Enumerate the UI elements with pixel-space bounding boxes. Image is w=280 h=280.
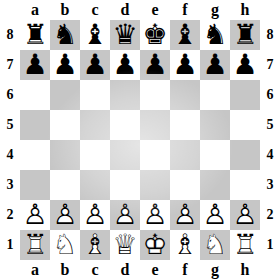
black-knight-g8[interactable]: ♞ bbox=[200, 20, 230, 50]
square-h6[interactable] bbox=[230, 80, 260, 110]
white-piece-outline-glyph: ♕ bbox=[110, 230, 140, 260]
square-b3[interactable] bbox=[50, 170, 80, 200]
file-label-bottom-f: f bbox=[170, 260, 200, 280]
file-label-bottom-c: c bbox=[80, 260, 110, 280]
square-d6[interactable] bbox=[110, 80, 140, 110]
file-label-top-f: f bbox=[170, 0, 200, 20]
square-a6[interactable] bbox=[20, 80, 50, 110]
square-d3[interactable] bbox=[110, 170, 140, 200]
rank-label-left-4: 4 bbox=[0, 140, 20, 170]
square-d4[interactable] bbox=[110, 140, 140, 170]
black-rook-a8[interactable]: ♜ bbox=[20, 20, 50, 50]
square-f8[interactable]: ♝ bbox=[170, 20, 200, 50]
rank-label-right-1: 1 bbox=[260, 230, 280, 260]
white-bishop-c1[interactable]: ♝♗ bbox=[80, 230, 110, 260]
rank-label-left-6: 6 bbox=[0, 80, 20, 110]
square-b4[interactable] bbox=[50, 140, 80, 170]
file-label-bottom-a: a bbox=[20, 260, 50, 280]
square-e2[interactable]: ♟♙ bbox=[140, 200, 170, 230]
square-e3[interactable] bbox=[140, 170, 170, 200]
white-pawn-c2[interactable]: ♟♙ bbox=[80, 200, 110, 230]
rank-label-left-5: 5 bbox=[0, 110, 20, 140]
file-label-bottom-h: h bbox=[230, 260, 260, 280]
rank-label-right-7: 7 bbox=[260, 50, 280, 80]
square-a5[interactable] bbox=[20, 110, 50, 140]
square-d1[interactable]: ♛♕ bbox=[110, 230, 140, 260]
square-e7[interactable]: ♟ bbox=[140, 50, 170, 80]
square-b7[interactable]: ♟ bbox=[50, 50, 80, 80]
square-f6[interactable] bbox=[170, 80, 200, 110]
rank-label-right-4: 4 bbox=[260, 140, 280, 170]
square-h2[interactable]: ♟♙ bbox=[230, 200, 260, 230]
black-piece-glyph: ♞ bbox=[50, 20, 80, 50]
square-a4[interactable] bbox=[20, 140, 50, 170]
white-piece-outline-glyph: ♙ bbox=[230, 200, 260, 230]
white-king-e1[interactable]: ♚♔ bbox=[140, 230, 170, 260]
square-d7[interactable]: ♟ bbox=[110, 50, 140, 80]
white-pawn-d2[interactable]: ♟♙ bbox=[110, 200, 140, 230]
white-piece-outline-glyph: ♙ bbox=[200, 200, 230, 230]
black-piece-glyph: ♚ bbox=[140, 20, 170, 50]
white-piece-outline-glyph: ♘ bbox=[200, 230, 230, 260]
black-piece-glyph: ♛ bbox=[110, 20, 140, 50]
square-g6[interactable] bbox=[200, 80, 230, 110]
square-e5[interactable] bbox=[140, 110, 170, 140]
black-piece-glyph: ♞ bbox=[200, 20, 230, 50]
rank-label-left-1: 1 bbox=[0, 230, 20, 260]
square-a2[interactable]: ♟♙ bbox=[20, 200, 50, 230]
rank-label-left-8: 8 bbox=[0, 20, 20, 50]
black-piece-glyph: ♜ bbox=[230, 20, 260, 50]
square-e1[interactable]: ♚♔ bbox=[140, 230, 170, 260]
square-b2[interactable]: ♟♙ bbox=[50, 200, 80, 230]
square-a8[interactable]: ♜ bbox=[20, 20, 50, 50]
file-label-top-d: d bbox=[110, 0, 140, 20]
white-piece-outline-glyph: ♔ bbox=[140, 230, 170, 260]
white-rook-h1[interactable]: ♜♖ bbox=[230, 230, 260, 260]
board-corner bbox=[260, 260, 280, 280]
file-label-bottom-g: g bbox=[200, 260, 230, 280]
black-piece-glyph: ♟ bbox=[80, 50, 110, 80]
black-piece-glyph: ♝ bbox=[80, 20, 110, 50]
square-c4[interactable] bbox=[80, 140, 110, 170]
rank-label-left-3: 3 bbox=[0, 170, 20, 200]
square-a1[interactable]: ♜♖ bbox=[20, 230, 50, 260]
file-label-bottom-e: e bbox=[140, 260, 170, 280]
rank-label-right-6: 6 bbox=[260, 80, 280, 110]
square-g2[interactable]: ♟♙ bbox=[200, 200, 230, 230]
black-pawn-a7[interactable]: ♟ bbox=[20, 50, 50, 80]
square-f4[interactable] bbox=[170, 140, 200, 170]
square-f1[interactable]: ♝♗ bbox=[170, 230, 200, 260]
black-piece-glyph: ♟ bbox=[230, 50, 260, 80]
white-piece-outline-glyph: ♗ bbox=[170, 230, 200, 260]
square-f7[interactable]: ♟ bbox=[170, 50, 200, 80]
square-b8[interactable]: ♞ bbox=[50, 20, 80, 50]
white-piece-outline-glyph: ♙ bbox=[50, 200, 80, 230]
black-pawn-f7[interactable]: ♟ bbox=[170, 50, 200, 80]
white-pawn-f2[interactable]: ♟♙ bbox=[170, 200, 200, 230]
square-f5[interactable] bbox=[170, 110, 200, 140]
white-piece-outline-glyph: ♙ bbox=[110, 200, 140, 230]
square-c6[interactable] bbox=[80, 80, 110, 110]
black-piece-glyph: ♟ bbox=[50, 50, 80, 80]
black-piece-glyph: ♟ bbox=[20, 50, 50, 80]
square-g7[interactable]: ♟ bbox=[200, 50, 230, 80]
square-b5[interactable] bbox=[50, 110, 80, 140]
square-c2[interactable]: ♟♙ bbox=[80, 200, 110, 230]
white-piece-outline-glyph: ♖ bbox=[230, 230, 260, 260]
file-label-top-e: e bbox=[140, 0, 170, 20]
board-corner bbox=[260, 0, 280, 20]
white-piece-outline-glyph: ♙ bbox=[170, 200, 200, 230]
white-piece-outline-glyph: ♙ bbox=[80, 200, 110, 230]
black-knight-b8[interactable]: ♞ bbox=[50, 20, 80, 50]
black-pawn-b7[interactable]: ♟ bbox=[50, 50, 80, 80]
rank-label-left-7: 7 bbox=[0, 50, 20, 80]
black-bishop-c8[interactable]: ♝ bbox=[80, 20, 110, 50]
square-g1[interactable]: ♞♘ bbox=[200, 230, 230, 260]
rank-label-right-3: 3 bbox=[260, 170, 280, 200]
square-c5[interactable] bbox=[80, 110, 110, 140]
white-rook-a1[interactable]: ♜♖ bbox=[20, 230, 50, 260]
white-pawn-h2[interactable]: ♟♙ bbox=[230, 200, 260, 230]
file-label-top-b: b bbox=[50, 0, 80, 20]
file-label-top-h: h bbox=[230, 0, 260, 20]
black-queen-d8[interactable]: ♛ bbox=[110, 20, 140, 50]
square-c3[interactable] bbox=[80, 170, 110, 200]
file-label-top-c: c bbox=[80, 0, 110, 20]
file-label-top-g: g bbox=[200, 0, 230, 20]
square-f2[interactable]: ♟♙ bbox=[170, 200, 200, 230]
square-d8[interactable]: ♛ bbox=[110, 20, 140, 50]
square-h4[interactable] bbox=[230, 140, 260, 170]
square-h7[interactable]: ♟ bbox=[230, 50, 260, 80]
white-piece-outline-glyph: ♗ bbox=[80, 230, 110, 260]
black-piece-glyph: ♟ bbox=[140, 50, 170, 80]
white-piece-outline-glyph: ♙ bbox=[140, 200, 170, 230]
square-h1[interactable]: ♜♖ bbox=[230, 230, 260, 260]
board-corner bbox=[0, 0, 20, 20]
black-king-e8[interactable]: ♚ bbox=[140, 20, 170, 50]
square-e6[interactable] bbox=[140, 80, 170, 110]
white-knight-g1[interactable]: ♞♘ bbox=[200, 230, 230, 260]
white-pawn-b2[interactable]: ♟♙ bbox=[50, 200, 80, 230]
square-b1[interactable]: ♞♘ bbox=[50, 230, 80, 260]
square-a7[interactable]: ♟ bbox=[20, 50, 50, 80]
file-label-top-a: a bbox=[20, 0, 50, 20]
black-piece-glyph: ♜ bbox=[20, 20, 50, 50]
square-d5[interactable] bbox=[110, 110, 140, 140]
white-knight-b1[interactable]: ♞♘ bbox=[50, 230, 80, 260]
black-piece-glyph: ♟ bbox=[170, 50, 200, 80]
white-piece-outline-glyph: ♙ bbox=[20, 200, 50, 230]
white-pawn-a2[interactable]: ♟♙ bbox=[20, 200, 50, 230]
square-c8[interactable]: ♝ bbox=[80, 20, 110, 50]
white-queen-d1[interactable]: ♛♕ bbox=[110, 230, 140, 260]
black-pawn-d7[interactable]: ♟ bbox=[110, 50, 140, 80]
white-bishop-f1[interactable]: ♝♗ bbox=[170, 230, 200, 260]
black-rook-h8[interactable]: ♜ bbox=[230, 20, 260, 50]
square-d2[interactable]: ♟♙ bbox=[110, 200, 140, 230]
rank-label-right-5: 5 bbox=[260, 110, 280, 140]
rank-label-right-8: 8 bbox=[260, 20, 280, 50]
black-piece-glyph: ♟ bbox=[200, 50, 230, 80]
rank-label-right-2: 2 bbox=[260, 200, 280, 230]
file-label-bottom-d: d bbox=[110, 260, 140, 280]
black-bishop-f8[interactable]: ♝ bbox=[170, 20, 200, 50]
board-corner bbox=[0, 260, 20, 280]
black-pawn-e7[interactable]: ♟ bbox=[140, 50, 170, 80]
square-b6[interactable] bbox=[50, 80, 80, 110]
file-label-bottom-b: b bbox=[50, 260, 80, 280]
square-c7[interactable]: ♟ bbox=[80, 50, 110, 80]
chess-board-diagram: abcdefgh8♜♞♝♛♚♝♞♜87♟♟♟♟♟♟♟♟7665544332♟♙♟… bbox=[0, 0, 280, 280]
square-f3[interactable] bbox=[170, 170, 200, 200]
square-g3[interactable] bbox=[200, 170, 230, 200]
black-pawn-c7[interactable]: ♟ bbox=[80, 50, 110, 80]
black-piece-glyph: ♝ bbox=[170, 20, 200, 50]
rank-label-left-2: 2 bbox=[0, 200, 20, 230]
square-g5[interactable] bbox=[200, 110, 230, 140]
chess-board: abcdefgh8♜♞♝♛♚♝♞♜87♟♟♟♟♟♟♟♟7665544332♟♙♟… bbox=[0, 0, 280, 280]
square-h8[interactable]: ♜ bbox=[230, 20, 260, 50]
square-h5[interactable] bbox=[230, 110, 260, 140]
white-pawn-g2[interactable]: ♟♙ bbox=[200, 200, 230, 230]
black-piece-glyph: ♟ bbox=[110, 50, 140, 80]
square-c1[interactable]: ♝♗ bbox=[80, 230, 110, 260]
square-a3[interactable] bbox=[20, 170, 50, 200]
square-e4[interactable] bbox=[140, 140, 170, 170]
white-pawn-e2[interactable]: ♟♙ bbox=[140, 200, 170, 230]
square-g4[interactable] bbox=[200, 140, 230, 170]
square-g8[interactable]: ♞ bbox=[200, 20, 230, 50]
white-piece-outline-glyph: ♖ bbox=[20, 230, 50, 260]
black-pawn-g7[interactable]: ♟ bbox=[200, 50, 230, 80]
white-piece-outline-glyph: ♘ bbox=[50, 230, 80, 260]
square-e8[interactable]: ♚ bbox=[140, 20, 170, 50]
square-h3[interactable] bbox=[230, 170, 260, 200]
black-pawn-h7[interactable]: ♟ bbox=[230, 50, 260, 80]
